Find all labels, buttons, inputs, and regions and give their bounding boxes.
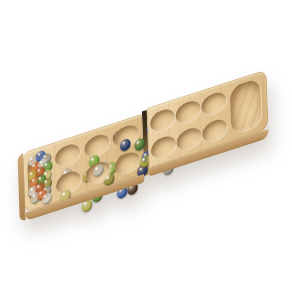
- mancala-board: [22, 69, 270, 222]
- glass-marble: [92, 188, 103, 203]
- glass-marble: [127, 181, 138, 196]
- pit-near-6[interactable]: [202, 116, 227, 144]
- glass-marble: [82, 198, 93, 213]
- glass-marble: [93, 163, 104, 178]
- photo-scene: [0, 0, 292, 292]
- left-store[interactable]: [27, 150, 51, 205]
- board-left-half: [22, 114, 144, 213]
- board-right-half: [147, 69, 269, 168]
- pit-near-1[interactable]: [56, 168, 81, 196]
- glass-marble: [117, 184, 128, 199]
- pit-near-5[interactable]: [176, 124, 201, 152]
- pit-near-4[interactable]: [151, 133, 176, 161]
- pit-near-3[interactable]: [114, 149, 139, 177]
- pit-near-2[interactable]: [85, 158, 110, 186]
- right-store[interactable]: [230, 77, 262, 135]
- glass-marble: [60, 188, 71, 203]
- glass-marble: [42, 191, 52, 204]
